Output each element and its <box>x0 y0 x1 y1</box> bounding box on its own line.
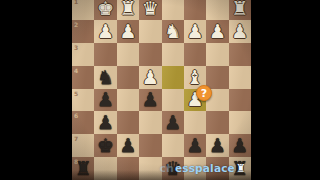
rank-label-7: 7 <box>74 135 78 142</box>
chess-video-area: 1♚♜♛♜2♟♟♞♟♟♟34♞♟♝5♟♟♟6♟♟7♚♟♟♟♟8♜♛♜ ? ch … <box>72 0 251 180</box>
mistake-badge: ? <box>196 85 212 101</box>
square-a5[interactable] <box>229 89 251 112</box>
rank-label-2: 2 <box>74 21 78 28</box>
square-f6[interactable] <box>117 111 139 134</box>
square-a6[interactable] <box>229 111 251 134</box>
square-a1[interactable]: ♜ <box>229 0 251 20</box>
square-h6[interactable]: 6 <box>72 111 94 134</box>
black-pawn-a7: ♟ <box>231 136 248 155</box>
mistake-badge-symbol: ? <box>201 87 207 100</box>
square-b4[interactable] <box>206 66 228 89</box>
square-g8[interactable] <box>94 157 116 180</box>
square-g6[interactable]: ♟ <box>94 111 116 134</box>
square-d7[interactable] <box>162 134 184 157</box>
black-pawn-b7: ♟ <box>209 136 226 155</box>
square-g7[interactable]: ♚ <box>94 134 116 157</box>
white-pawn-f2: ♟ <box>119 22 136 41</box>
rook-icon: ♜ <box>236 162 246 175</box>
white-pawn-b2: ♟ <box>209 22 226 41</box>
white-bishop-c4: ♝ <box>187 68 204 87</box>
square-b7[interactable]: ♟ <box>206 134 228 157</box>
video-frame: 1♚♜♛♜2♟♟♞♟♟♟34♞♟♝5♟♟♟6♟♟7♚♟♟♟♟8♜♛♜ ? ch … <box>0 0 320 180</box>
white-king-g1: ♚ <box>97 0 114 18</box>
black-king-g7: ♚ <box>97 136 114 155</box>
square-a4[interactable] <box>229 66 251 89</box>
square-e7[interactable] <box>139 134 161 157</box>
square-f8[interactable] <box>117 157 139 180</box>
black-pawn-d6: ♟ <box>164 113 181 132</box>
square-h5[interactable]: 5 <box>72 89 94 112</box>
rank-label-6: 6 <box>74 112 78 119</box>
square-e6[interactable] <box>139 111 161 134</box>
square-c7[interactable]: ♟ <box>184 134 206 157</box>
rank-label-1: 1 <box>74 0 78 5</box>
square-f4[interactable] <box>117 66 139 89</box>
square-c1[interactable] <box>184 0 206 20</box>
black-pawn-g5: ♟ <box>97 90 114 109</box>
square-b2[interactable]: ♟ <box>206 20 228 43</box>
white-knight-d2: ♞ <box>164 22 181 41</box>
square-c3[interactable] <box>184 43 206 66</box>
square-g4[interactable]: ♞ <box>94 66 116 89</box>
square-h8[interactable]: 8♜ <box>72 157 94 180</box>
square-h7[interactable]: 7 <box>72 134 94 157</box>
square-h1[interactable]: 1 <box>72 0 94 20</box>
square-g5[interactable]: ♟ <box>94 89 116 112</box>
black-pawn-f7: ♟ <box>119 136 136 155</box>
watermark-text: esspalace <box>175 162 235 174</box>
square-b3[interactable] <box>206 43 228 66</box>
square-b6[interactable] <box>206 111 228 134</box>
square-h4[interactable]: 4 <box>72 66 94 89</box>
square-f1[interactable]: ♜ <box>117 0 139 20</box>
square-b1[interactable] <box>206 0 228 20</box>
black-knight-g4: ♞ <box>97 68 114 87</box>
square-g1[interactable]: ♚ <box>94 0 116 20</box>
square-f2[interactable]: ♟ <box>117 20 139 43</box>
square-h3[interactable]: 3 <box>72 43 94 66</box>
square-d6[interactable]: ♟ <box>162 111 184 134</box>
rank-label-4: 4 <box>74 67 78 74</box>
square-f3[interactable] <box>117 43 139 66</box>
pillarbox-left <box>0 0 72 180</box>
square-f5[interactable] <box>117 89 139 112</box>
rank-label-5: 5 <box>74 90 78 97</box>
white-pawn-c2: ♟ <box>187 22 204 41</box>
chess-board: 1♚♜♛♜2♟♟♞♟♟♟34♞♟♝5♟♟♟6♟♟7♚♟♟♟♟8♜♛♜ <box>72 0 251 180</box>
square-e2[interactable] <box>139 20 161 43</box>
black-pawn-g6: ♟ <box>97 113 114 132</box>
square-g3[interactable] <box>94 43 116 66</box>
rank-label-8: 8 <box>74 158 78 165</box>
watermark: ch esspalace ♜ <box>160 162 246 175</box>
square-c6[interactable] <box>184 111 206 134</box>
square-f7[interactable]: ♟ <box>117 134 139 157</box>
square-d3[interactable] <box>162 43 184 66</box>
white-rook-f1: ♜ <box>119 0 136 18</box>
square-d4[interactable] <box>162 66 184 89</box>
square-a7[interactable]: ♟ <box>229 134 251 157</box>
watermark-faded-text: ch <box>160 162 174 174</box>
square-e4[interactable]: ♟ <box>139 66 161 89</box>
square-c2[interactable]: ♟ <box>184 20 206 43</box>
square-d1[interactable] <box>162 0 184 20</box>
black-pawn-c7: ♟ <box>187 136 204 155</box>
white-pawn-g2: ♟ <box>97 22 114 41</box>
rank-label-3: 3 <box>74 44 78 51</box>
square-g2[interactable]: ♟ <box>94 20 116 43</box>
square-h2[interactable]: 2 <box>72 20 94 43</box>
white-rook-a1: ♜ <box>231 0 248 18</box>
square-d2[interactable]: ♞ <box>162 20 184 43</box>
square-e3[interactable] <box>139 43 161 66</box>
square-e5[interactable]: ♟ <box>139 89 161 112</box>
black-pawn-e5: ♟ <box>142 90 159 109</box>
white-queen-e1: ♛ <box>142 0 159 18</box>
square-d5[interactable] <box>162 89 184 112</box>
square-a2[interactable]: ♟ <box>229 20 251 43</box>
white-pawn-e4: ♟ <box>142 68 159 87</box>
pillarbox-right <box>251 0 320 180</box>
white-pawn-a2: ♟ <box>231 22 248 41</box>
square-a3[interactable] <box>229 43 251 66</box>
square-e1[interactable]: ♛ <box>139 0 161 20</box>
square-e8[interactable] <box>139 157 161 180</box>
